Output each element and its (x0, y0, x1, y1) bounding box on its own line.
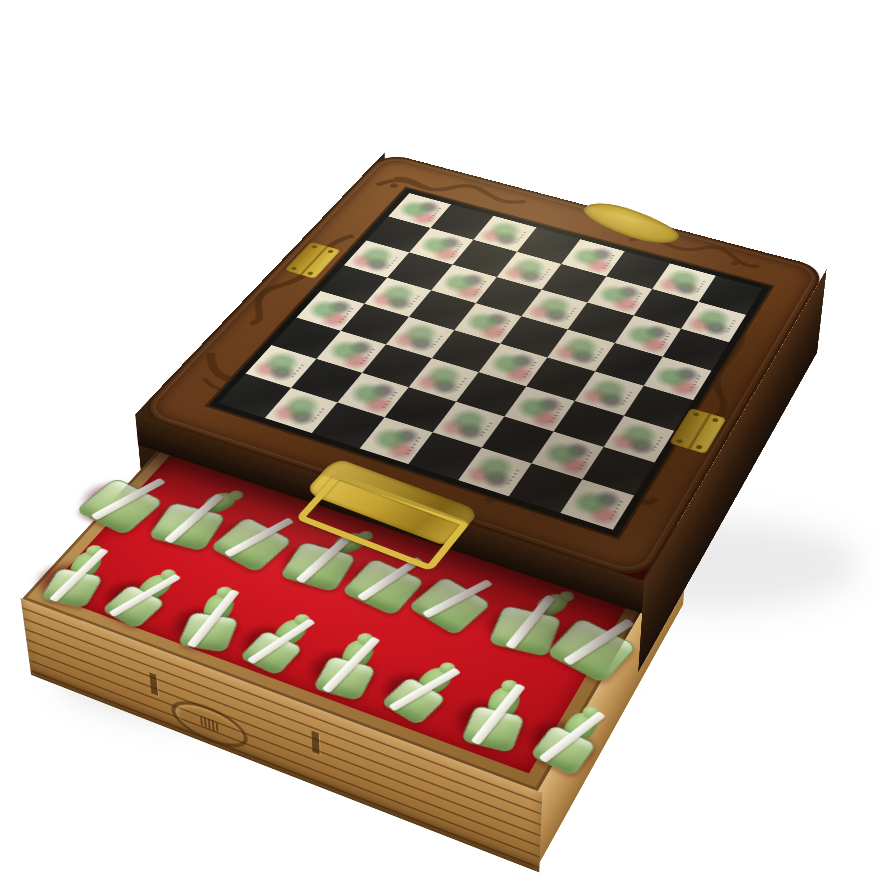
board-square-light (644, 357, 712, 400)
board-square-dark (554, 401, 624, 447)
carved-medallion (170, 692, 249, 757)
board-square-dark (312, 402, 385, 448)
board-square-dark (509, 463, 583, 513)
board-square-dark (526, 357, 595, 401)
board-square-dark (362, 344, 432, 387)
board-square-light (337, 373, 408, 417)
board-square-light (604, 416, 675, 463)
board-square-light (360, 417, 433, 464)
board-square-light (532, 432, 604, 480)
board-square-light (433, 402, 505, 448)
board-square-dark (219, 374, 291, 418)
board-square-light (560, 479, 634, 530)
scene (0, 0, 880, 880)
board-square-light (479, 344, 548, 387)
board-square-dark (291, 359, 362, 403)
board-square-light (575, 371, 644, 415)
board-square-dark (482, 417, 554, 464)
board-square-dark (582, 447, 654, 496)
product-photo (0, 0, 880, 880)
board-square-light (265, 388, 338, 433)
board-square-dark (385, 387, 456, 432)
board-square-light (504, 386, 574, 431)
drawer-front-notch (149, 672, 158, 696)
board-square-light (409, 358, 479, 402)
board-square-light (458, 448, 531, 497)
board-square-dark (408, 432, 481, 480)
drawer-front-notch (311, 730, 319, 754)
board-square-light (245, 345, 316, 388)
board-square-dark (456, 372, 526, 416)
board-square-dark (595, 343, 663, 386)
